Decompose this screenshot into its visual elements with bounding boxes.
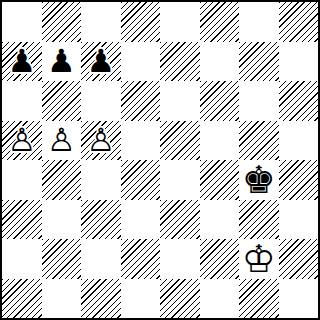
square-g2[interactable]: ♚♔ — [239, 239, 279, 279]
square-c8[interactable] — [81, 2, 121, 42]
square-b6[interactable] — [42, 81, 82, 121]
black-pawn[interactable]: ♟ — [2, 42, 42, 82]
square-b5[interactable]: ♟♙ — [42, 121, 82, 161]
white-pawn-icon: ♙ — [7, 124, 36, 156]
black-pawn-icon: ♟ — [86, 45, 115, 77]
square-d5[interactable] — [121, 121, 161, 161]
square-d4[interactable] — [121, 160, 161, 200]
square-f6[interactable] — [200, 81, 240, 121]
square-b8[interactable] — [42, 2, 82, 42]
square-a3[interactable] — [2, 200, 42, 240]
square-g6[interactable] — [239, 81, 279, 121]
square-h2[interactable] — [279, 239, 319, 279]
square-h7[interactable] — [279, 42, 319, 82]
square-d6[interactable] — [121, 81, 161, 121]
square-d8[interactable] — [121, 2, 161, 42]
white-pawn-icon: ♙ — [47, 124, 76, 156]
black-king-icon: ♚ — [242, 161, 276, 199]
square-b3[interactable] — [42, 200, 82, 240]
black-pawn[interactable]: ♟ — [42, 42, 82, 82]
square-b1[interactable] — [42, 279, 82, 319]
square-a5[interactable]: ♟♙ — [2, 121, 42, 161]
square-d1[interactable] — [121, 279, 161, 319]
square-h5[interactable] — [279, 121, 319, 161]
square-g8[interactable] — [239, 2, 279, 42]
square-h1[interactable] — [279, 279, 319, 319]
black-pawn-icon: ♟ — [7, 45, 36, 77]
square-f8[interactable] — [200, 2, 240, 42]
square-g5[interactable] — [239, 121, 279, 161]
black-pawn[interactable]: ♟ — [81, 42, 121, 82]
square-a2[interactable] — [2, 239, 42, 279]
square-c7[interactable]: ♟ — [81, 42, 121, 82]
square-a7[interactable]: ♟ — [2, 42, 42, 82]
square-c1[interactable] — [81, 279, 121, 319]
square-d2[interactable] — [121, 239, 161, 279]
square-c5[interactable]: ♟♙ — [81, 121, 121, 161]
square-g1[interactable] — [239, 279, 279, 319]
square-c2[interactable] — [81, 239, 121, 279]
square-e5[interactable] — [160, 121, 200, 161]
square-f1[interactable] — [200, 279, 240, 319]
square-b7[interactable]: ♟ — [42, 42, 82, 82]
square-d7[interactable] — [121, 42, 161, 82]
square-g3[interactable] — [239, 200, 279, 240]
square-e8[interactable] — [160, 2, 200, 42]
square-g7[interactable] — [239, 42, 279, 82]
square-f5[interactable] — [200, 121, 240, 161]
black-king[interactable]: ♚ — [239, 160, 279, 200]
white-king-icon: ♔ — [242, 240, 276, 278]
square-e7[interactable] — [160, 42, 200, 82]
square-c3[interactable] — [81, 200, 121, 240]
black-pawn-icon: ♟ — [47, 45, 76, 77]
square-e3[interactable] — [160, 200, 200, 240]
square-a6[interactable] — [2, 81, 42, 121]
square-h4[interactable] — [279, 160, 319, 200]
white-pawn[interactable]: ♟♙ — [81, 121, 121, 161]
white-pawn-icon: ♙ — [86, 124, 115, 156]
square-e2[interactable] — [160, 239, 200, 279]
square-f4[interactable] — [200, 160, 240, 200]
square-e6[interactable] — [160, 81, 200, 121]
square-g4[interactable]: ♚ — [239, 160, 279, 200]
square-e4[interactable] — [160, 160, 200, 200]
square-h6[interactable] — [279, 81, 319, 121]
square-c4[interactable] — [81, 160, 121, 200]
white-pawn[interactable]: ♟♙ — [2, 121, 42, 161]
square-b2[interactable] — [42, 239, 82, 279]
square-a8[interactable] — [2, 2, 42, 42]
square-a1[interactable] — [2, 279, 42, 319]
square-a4[interactable] — [2, 160, 42, 200]
square-d3[interactable] — [121, 200, 161, 240]
square-h8[interactable] — [279, 2, 319, 42]
chessboard: ♟♟♟♟♙♟♙♟♙♚♚♔ — [0, 0, 320, 320]
white-king[interactable]: ♚♔ — [239, 239, 279, 279]
square-f3[interactable] — [200, 200, 240, 240]
square-b4[interactable] — [42, 160, 82, 200]
square-f7[interactable] — [200, 42, 240, 82]
square-c6[interactable] — [81, 81, 121, 121]
white-pawn[interactable]: ♟♙ — [42, 121, 82, 161]
square-e1[interactable] — [160, 279, 200, 319]
square-f2[interactable] — [200, 239, 240, 279]
square-h3[interactable] — [279, 200, 319, 240]
